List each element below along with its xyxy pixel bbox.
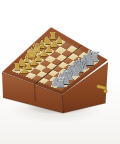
square-h8[interactable] [56, 85, 66, 91]
chess-set-photo: ♜♞♝♛♚♝♞♜♟♟♟♟♟♟♟♟♟♟♟♟♟♟♟♟♜♞♝♛♚♝♞♜ [0, 0, 120, 144]
